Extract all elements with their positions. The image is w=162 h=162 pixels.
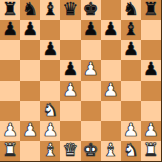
- white-pawn-piece[interactable]: ♟: [22, 121, 38, 140]
- square-h4[interactable]: [141, 81, 161, 101]
- square-c6[interactable]: ♟: [40, 40, 60, 60]
- white-knight-piece[interactable]: ♞: [42, 101, 58, 120]
- square-h3[interactable]: [141, 101, 161, 121]
- square-e1[interactable]: ♚: [81, 141, 101, 161]
- square-e4[interactable]: [81, 81, 101, 101]
- square-g5[interactable]: [121, 60, 141, 80]
- white-king-piece[interactable]: ♚: [82, 141, 98, 160]
- square-g2[interactable]: ♟: [121, 121, 141, 141]
- white-pawn-piece[interactable]: ♟: [42, 121, 58, 140]
- white-queen-piece[interactable]: ♛: [62, 141, 78, 160]
- white-pawn-piece[interactable]: ♟: [62, 81, 78, 100]
- square-f5[interactable]: [101, 60, 121, 80]
- square-e6[interactable]: [81, 40, 101, 60]
- square-h2[interactable]: ♟: [141, 121, 161, 141]
- square-b7[interactable]: ♟: [20, 20, 40, 40]
- chess-board: ♜♞♝♛♚♞♜♟♟♟♟♝♟♟♟♟♟♟♟♞♟♟♟♟♟♜♝♛♚♝♞♜: [0, 0, 162, 162]
- square-f8[interactable]: [101, 0, 121, 20]
- white-pawn-piece[interactable]: ♟: [103, 81, 119, 100]
- square-a1[interactable]: ♜: [0, 141, 20, 161]
- square-h6[interactable]: [141, 40, 161, 60]
- square-d1[interactable]: ♛: [60, 141, 80, 161]
- square-g1[interactable]: ♞: [121, 141, 141, 161]
- square-d3[interactable]: [60, 101, 80, 121]
- white-pawn-piece[interactable]: ♟: [82, 60, 98, 79]
- square-f2[interactable]: [101, 121, 121, 141]
- black-pawn-piece[interactable]: ♟: [143, 60, 159, 79]
- square-d7[interactable]: [60, 20, 80, 40]
- square-g7[interactable]: ♝: [121, 20, 141, 40]
- square-b5[interactable]: [20, 60, 40, 80]
- square-e7[interactable]: ♟: [81, 20, 101, 40]
- square-f1[interactable]: ♝: [101, 141, 121, 161]
- black-pawn-piece[interactable]: ♟: [103, 20, 119, 39]
- square-h1[interactable]: ♜: [141, 141, 161, 161]
- black-pawn-piece[interactable]: ♟: [42, 40, 58, 59]
- square-a7[interactable]: ♟: [0, 20, 20, 40]
- square-c5[interactable]: [40, 60, 60, 80]
- square-h8[interactable]: ♜: [141, 0, 161, 20]
- white-pawn-piece[interactable]: ♟: [123, 121, 139, 140]
- square-a4[interactable]: [0, 81, 20, 101]
- square-c4[interactable]: [40, 81, 60, 101]
- square-b1[interactable]: [20, 141, 40, 161]
- square-a2[interactable]: ♟: [0, 121, 20, 141]
- black-queen-piece[interactable]: ♛: [62, 0, 78, 19]
- square-b2[interactable]: ♟: [20, 121, 40, 141]
- square-g3[interactable]: [121, 101, 141, 121]
- square-b8[interactable]: ♞: [20, 0, 40, 20]
- square-e3[interactable]: [81, 101, 101, 121]
- white-pawn-piece[interactable]: ♟: [143, 121, 159, 140]
- square-g6[interactable]: ♟: [121, 40, 141, 60]
- square-b3[interactable]: [20, 101, 40, 121]
- black-rook-piece[interactable]: ♜: [2, 0, 18, 19]
- black-pawn-piece[interactable]: ♟: [62, 60, 78, 79]
- square-a3[interactable]: [0, 101, 20, 121]
- square-a8[interactable]: ♜: [0, 0, 20, 20]
- square-d6[interactable]: [60, 40, 80, 60]
- square-g8[interactable]: ♞: [121, 0, 141, 20]
- white-bishop-piece[interactable]: ♝: [42, 141, 58, 160]
- white-bishop-piece[interactable]: ♝: [103, 141, 119, 160]
- black-pawn-piece[interactable]: ♟: [2, 20, 18, 39]
- square-d4[interactable]: ♟: [60, 81, 80, 101]
- square-b6[interactable]: [20, 40, 40, 60]
- square-c7[interactable]: [40, 20, 60, 40]
- white-knight-piece[interactable]: ♞: [123, 141, 139, 160]
- square-a5[interactable]: [0, 60, 20, 80]
- square-h7[interactable]: [141, 20, 161, 40]
- square-c3[interactable]: ♞: [40, 101, 60, 121]
- square-c8[interactable]: ♝: [40, 0, 60, 20]
- square-d2[interactable]: [60, 121, 80, 141]
- square-h5[interactable]: ♟: [141, 60, 161, 80]
- square-f6[interactable]: [101, 40, 121, 60]
- square-c2[interactable]: ♟: [40, 121, 60, 141]
- black-bishop-piece[interactable]: ♝: [123, 20, 139, 39]
- square-e8[interactable]: ♚: [81, 0, 101, 20]
- square-d8[interactable]: ♛: [60, 0, 80, 20]
- square-f3[interactable]: [101, 101, 121, 121]
- square-c1[interactable]: ♝: [40, 141, 60, 161]
- square-a6[interactable]: [0, 40, 20, 60]
- square-e5[interactable]: ♟: [81, 60, 101, 80]
- square-g4[interactable]: [121, 81, 141, 101]
- square-d5[interactable]: ♟: [60, 60, 80, 80]
- white-rook-piece[interactable]: ♜: [2, 141, 18, 160]
- black-pawn-piece[interactable]: ♟: [22, 20, 38, 39]
- black-rook-piece[interactable]: ♜: [143, 0, 159, 19]
- black-knight-piece[interactable]: ♞: [22, 0, 38, 19]
- black-king-piece[interactable]: ♚: [82, 0, 98, 19]
- black-pawn-piece[interactable]: ♟: [123, 40, 139, 59]
- white-pawn-piece[interactable]: ♟: [2, 121, 18, 140]
- square-f7[interactable]: ♟: [101, 20, 121, 40]
- black-pawn-piece[interactable]: ♟: [82, 20, 98, 39]
- square-b4[interactable]: [20, 81, 40, 101]
- black-bishop-piece[interactable]: ♝: [42, 0, 58, 19]
- square-f4[interactable]: ♟: [101, 81, 121, 101]
- white-rook-piece[interactable]: ♜: [143, 141, 159, 160]
- black-knight-piece[interactable]: ♞: [123, 0, 139, 19]
- square-e2[interactable]: [81, 121, 101, 141]
